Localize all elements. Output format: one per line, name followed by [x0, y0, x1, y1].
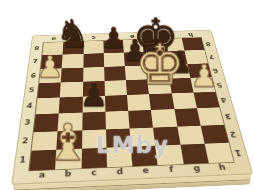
- chess-board: aabbccddeeffgghh1122334455667788♞♟♟♚♟♟♟♚…: [13, 30, 252, 183]
- square-f3: [151, 109, 177, 127]
- white-pawn-a6: ♟: [21, 52, 79, 82]
- square-c7: [83, 53, 104, 67]
- rank-label-left-2: 2: [18, 138, 32, 145]
- rank-label-right-4: 4: [217, 96, 231, 102]
- box-front-side: [13, 173, 252, 190]
- file-label-bottom-f: f: [164, 166, 179, 174]
- square-h2: [200, 124, 228, 143]
- rank-label-left-3: 3: [20, 120, 34, 127]
- square-e3: [128, 110, 153, 128]
- file-label-top-h: h: [185, 32, 196, 37]
- square-h4: [193, 92, 219, 109]
- square-h1: [204, 143, 233, 163]
- white-king-f5: ♚: [130, 37, 190, 93]
- rank-label-left-1: 1: [15, 157, 30, 165]
- file-label-bottom-h: h: [215, 164, 230, 172]
- file-label-bottom-a: a: [34, 172, 49, 180]
- rank-label-left-5: 5: [25, 88, 38, 94]
- file-label-bottom-b: b: [61, 170, 75, 178]
- black-knight-b8: ♞: [46, 15, 101, 53]
- file-label-bottom-d: d: [113, 168, 127, 176]
- square-d3: [105, 111, 129, 129]
- file-label-bottom-g: g: [189, 165, 204, 173]
- rank-label-right-3: 3: [221, 112, 235, 119]
- square-f4: [149, 93, 174, 110]
- perspective-wrapper: aabbccddeeffgghh1122334455667788♞♟♟♚♟♟♟♚…: [16, 0, 238, 190]
- rank-label-right-2: 2: [225, 130, 240, 137]
- watermark-text: LMby: [96, 132, 169, 158]
- white-bishop-b1: ♝: [34, 117, 103, 168]
- square-e4: [127, 94, 151, 111]
- product-photo: aabbccddeeffgghh1122334455667788♞♟♟♚♟♟♟♚…: [0, 0, 254, 190]
- square-h3: [197, 108, 224, 126]
- file-label-bottom-c: c: [87, 169, 101, 177]
- file-label-bottom-e: e: [138, 167, 153, 175]
- black-pawn-c4: ♟: [63, 79, 125, 111]
- rank-label-right-8: 8: [202, 41, 214, 46]
- rank-label-right-1: 1: [230, 148, 245, 156]
- square-a5: [38, 82, 61, 98]
- rank-label-left-4: 4: [23, 103, 36, 109]
